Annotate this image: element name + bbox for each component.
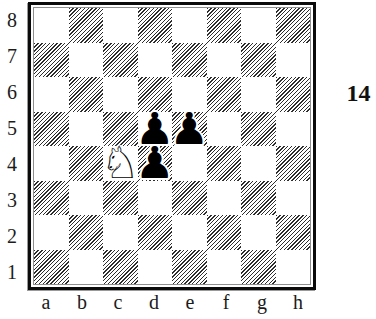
file-label-b: b — [64, 291, 100, 314]
square-g5 — [241, 112, 276, 147]
rank-label-3: 3 — [0, 182, 24, 218]
rank-labels: 8 7 6 5 4 3 2 1 — [0, 2, 24, 290]
square-f7 — [207, 43, 242, 78]
chess-diagram: 8 7 6 5 4 3 2 1 ♟♟♘♟ a b c d e f g h 14 — [0, 0, 376, 319]
rank-label-5: 5 — [0, 110, 24, 146]
square-f1 — [207, 250, 242, 285]
rank-label-4: 4 — [0, 146, 24, 182]
rank-label-8: 8 — [0, 2, 24, 38]
square-d2 — [138, 215, 173, 250]
square-e5: ♟ — [172, 112, 207, 147]
file-label-g: g — [244, 291, 280, 314]
board-inner-border: ♟♟♘♟ — [33, 7, 311, 285]
square-h5 — [276, 112, 311, 147]
square-b8 — [69, 8, 104, 43]
black-pawn: ♟ — [135, 141, 174, 185]
square-f2 — [207, 215, 242, 250]
square-g8 — [241, 8, 276, 43]
square-a2 — [34, 215, 69, 250]
square-c6 — [103, 77, 138, 112]
square-h1 — [276, 250, 311, 285]
square-f4 — [207, 146, 242, 181]
square-e1 — [172, 250, 207, 285]
square-c2 — [103, 215, 138, 250]
board-frame: ♟♟♘♟ — [28, 2, 316, 290]
square-h4 — [276, 146, 311, 181]
file-label-a: a — [28, 291, 64, 314]
square-g1 — [241, 250, 276, 285]
square-b6 — [69, 77, 104, 112]
square-c7 — [103, 43, 138, 78]
square-h7 — [276, 43, 311, 78]
square-g6 — [241, 77, 276, 112]
square-e7 — [172, 43, 207, 78]
square-f6 — [207, 77, 242, 112]
square-b2 — [69, 215, 104, 250]
rank-label-7: 7 — [0, 38, 24, 74]
square-a7 — [34, 43, 69, 78]
square-g2 — [241, 215, 276, 250]
square-a6 — [34, 77, 69, 112]
square-h6 — [276, 77, 311, 112]
square-b1 — [69, 250, 104, 285]
file-label-f: f — [208, 291, 244, 314]
square-b7 — [69, 43, 104, 78]
square-h2 — [276, 215, 311, 250]
rank-label-1: 1 — [0, 254, 24, 290]
square-c4: ♘ — [103, 146, 138, 181]
square-g7 — [241, 43, 276, 78]
file-label-h: h — [280, 291, 316, 314]
square-b4 — [69, 146, 104, 181]
file-labels: a b c d e f g h — [28, 291, 316, 314]
square-g3 — [241, 181, 276, 216]
square-d4: ♟ — [138, 146, 173, 181]
square-c8 — [103, 8, 138, 43]
square-a4 — [34, 146, 69, 181]
square-d1 — [138, 250, 173, 285]
file-label-c: c — [100, 291, 136, 314]
square-h8 — [276, 8, 311, 43]
square-d7 — [138, 43, 173, 78]
diagram-number: 14 — [341, 80, 376, 107]
board: ♟♟♘♟ — [34, 8, 310, 284]
square-b5 — [69, 112, 104, 147]
square-e8 — [172, 8, 207, 43]
square-b3 — [69, 181, 104, 216]
black-pawn: ♟ — [170, 107, 209, 151]
square-h3 — [276, 181, 311, 216]
file-label-e: e — [172, 291, 208, 314]
file-label-d: d — [136, 291, 172, 314]
square-f5 — [207, 112, 242, 147]
square-e3 — [172, 181, 207, 216]
square-e2 — [172, 215, 207, 250]
rank-label-6: 6 — [0, 74, 24, 110]
square-a3 — [34, 181, 69, 216]
square-f3 — [207, 181, 242, 216]
rank-label-2: 2 — [0, 218, 24, 254]
square-d8 — [138, 8, 173, 43]
square-g4 — [241, 146, 276, 181]
square-f8 — [207, 8, 242, 43]
square-c1 — [103, 250, 138, 285]
square-a5 — [34, 112, 69, 147]
square-a1 — [34, 250, 69, 285]
square-a8 — [34, 8, 69, 43]
